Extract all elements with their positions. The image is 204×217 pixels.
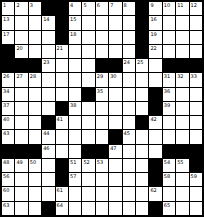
block-cell (109, 130, 121, 143)
block-cell (42, 116, 54, 129)
clue-number: 3 (30, 2, 33, 8)
grid-cell[interactable]: 63 (2, 202, 14, 215)
clue-number: 22 (150, 45, 156, 51)
block-cell (56, 173, 68, 186)
grid-cell[interactable]: 45 (123, 130, 135, 143)
grid-cell[interactable] (29, 45, 41, 58)
clue-number: 40 (3, 116, 9, 122)
grid-cell[interactable] (109, 173, 121, 186)
grid-cell[interactable] (15, 202, 27, 215)
grid-cell[interactable] (82, 59, 94, 72)
grid-cell[interactable] (42, 73, 54, 86)
grid-cell[interactable]: 27 (15, 73, 27, 86)
grid-cell[interactable]: 64 (56, 202, 68, 215)
block-cell (2, 145, 14, 158)
block-cell (136, 16, 148, 29)
grid-cell[interactable] (163, 116, 175, 129)
grid-cell[interactable]: 8 (123, 2, 135, 15)
grid-cell[interactable]: 5 (82, 2, 94, 15)
block-cell (56, 31, 68, 44)
grid-cell[interactable] (190, 102, 202, 115)
clue-number: 62 (150, 187, 156, 193)
grid-cell[interactable] (176, 116, 188, 129)
grid-cell[interactable] (96, 116, 108, 129)
grid-cell[interactable] (69, 45, 81, 58)
grid-cell[interactable] (163, 187, 175, 200)
grid-cell[interactable] (136, 173, 148, 186)
grid-cell[interactable]: 40 (2, 116, 14, 129)
grid-cell[interactable] (123, 102, 135, 115)
clue-number: 52 (83, 159, 89, 165)
grid-cell[interactable]: 50 (29, 159, 41, 172)
clue-number: 8 (124, 2, 127, 8)
grid-cell[interactable] (123, 159, 135, 172)
clue-number: 12 (191, 2, 197, 8)
grid-cell[interactable]: 6 (96, 2, 108, 15)
grid-cell[interactable] (69, 145, 81, 158)
grid-cell[interactable] (149, 130, 161, 143)
clue-number: 2 (16, 2, 19, 8)
grid-cell[interactable]: 60 (2, 187, 14, 200)
grid-cell[interactable]: 61 (56, 187, 68, 200)
grid-cell[interactable]: 44 (42, 130, 54, 143)
grid-cell[interactable] (29, 116, 41, 129)
grid-cell[interactable] (82, 187, 94, 200)
clue-number: 53 (97, 159, 103, 165)
grid-cell[interactable]: 52 (82, 159, 94, 172)
block-cell (136, 31, 148, 44)
clue-number: 15 (70, 16, 76, 22)
block-cell (163, 145, 175, 158)
clue-number: 50 (30, 159, 36, 165)
grid-cell[interactable] (29, 130, 41, 143)
clue-number: 13 (3, 16, 9, 22)
grid-cell[interactable] (42, 187, 54, 200)
block-cell (149, 102, 161, 115)
clue-number: 56 (3, 173, 9, 179)
grid-cell[interactable] (176, 45, 188, 58)
grid-cell[interactable] (136, 73, 148, 86)
clue-number: 19 (150, 31, 156, 37)
block-cell (190, 145, 202, 158)
clue-number: 39 (164, 102, 170, 108)
grid-cell[interactable] (96, 31, 108, 44)
block-cell (15, 145, 27, 158)
clue-number: 27 (16, 73, 22, 79)
grid-cell[interactable]: 19 (149, 31, 161, 44)
clue-number: 35 (97, 88, 103, 94)
grid-cell[interactable] (96, 102, 108, 115)
grid-cell[interactable] (29, 187, 41, 200)
grid-cell[interactable] (136, 202, 148, 215)
clue-number: 64 (57, 202, 63, 208)
grid-cell[interactable] (29, 173, 41, 186)
block-cell (42, 2, 54, 15)
grid-cell[interactable] (69, 130, 81, 143)
block-cell (42, 202, 54, 215)
grid-cell[interactable] (123, 173, 135, 186)
grid-cell[interactable] (56, 73, 68, 86)
clue-number: 9 (150, 2, 153, 8)
clue-number: 32 (177, 73, 183, 79)
block-cell (56, 159, 68, 172)
grid-cell[interactable] (136, 102, 148, 115)
grid-cell[interactable]: 13 (2, 16, 14, 29)
clue-number: 33 (191, 73, 197, 79)
grid-cell[interactable] (109, 102, 121, 115)
grid-cell[interactable] (123, 73, 135, 86)
grid-cell[interactable] (15, 88, 27, 101)
clue-number: 26 (3, 73, 9, 79)
grid-cell[interactable] (190, 88, 202, 101)
clue-number: 23 (43, 59, 49, 65)
clue-number: 42 (150, 116, 156, 122)
grid-cell[interactable]: 34 (2, 88, 14, 101)
grid-cell[interactable] (42, 173, 54, 186)
block-cell (29, 145, 41, 158)
clue-number: 46 (43, 145, 49, 151)
grid-cell[interactable]: 42 (149, 116, 161, 129)
grid-cell[interactable] (163, 130, 175, 143)
grid-cell[interactable]: 28 (29, 73, 41, 86)
grid-cell[interactable]: 22 (149, 45, 161, 58)
grid-cell[interactable] (96, 202, 108, 215)
clue-number: 43 (3, 130, 9, 136)
clue-number: 37 (3, 102, 9, 108)
block-cell (56, 2, 68, 15)
grid-cell[interactable] (15, 31, 27, 44)
clue-number: 51 (70, 159, 76, 165)
grid-cell[interactable] (42, 159, 54, 172)
block-cell (2, 45, 14, 58)
grid-cell[interactable]: 17 (2, 31, 14, 44)
block-cell (82, 88, 94, 101)
grid-cell[interactable] (109, 187, 121, 200)
block-cell (149, 202, 161, 215)
clue-number: 11 (177, 2, 183, 8)
grid-cell[interactable] (136, 145, 148, 158)
grid-cell[interactable] (69, 187, 81, 200)
grid-cell[interactable] (82, 116, 94, 129)
grid-cell[interactable] (96, 45, 108, 58)
clue-number: 18 (70, 31, 76, 37)
clue-number: 54 (164, 159, 170, 165)
clue-number: 47 (110, 145, 116, 151)
clue-number: 65 (164, 202, 170, 208)
grid-cell[interactable]: 4 (69, 2, 81, 15)
clue-number: 49 (16, 159, 22, 165)
clue-number: 1 (3, 2, 6, 8)
grid-cell[interactable] (190, 45, 202, 58)
grid-cell[interactable] (136, 159, 148, 172)
clue-number: 59 (191, 173, 197, 179)
grid-cell[interactable]: 14 (42, 16, 54, 29)
clue-number: 20 (16, 45, 22, 51)
grid-cell[interactable] (29, 31, 41, 44)
clue-number: 7 (110, 2, 113, 8)
grid-cell[interactable] (190, 116, 202, 129)
grid-cell[interactable] (136, 187, 148, 200)
clue-number: 21 (57, 45, 63, 51)
grid-cell[interactable] (123, 187, 135, 200)
grid-cell[interactable] (29, 102, 41, 115)
grid-cell[interactable]: 49 (15, 159, 27, 172)
grid-cell[interactable]: 35 (96, 88, 108, 101)
clue-number: 16 (150, 16, 156, 22)
grid-cell[interactable] (82, 16, 94, 29)
grid-cell[interactable]: 11 (176, 2, 188, 15)
grid-cell[interactable]: 3 (29, 2, 41, 15)
grid-cell[interactable]: 58 (163, 173, 175, 186)
block-cell (96, 59, 108, 72)
grid-cell[interactable] (69, 88, 81, 101)
grid-cell[interactable]: 55 (176, 159, 188, 172)
grid-cell[interactable] (149, 73, 161, 86)
grid-cell[interactable]: 9 (149, 2, 161, 15)
block-cell (149, 88, 161, 101)
grid-cell[interactable] (96, 16, 108, 29)
grid-cell[interactable]: 62 (149, 187, 161, 200)
grid-cell[interactable]: 29 (96, 73, 108, 86)
grid-cell[interactable] (109, 16, 121, 29)
grid-cell[interactable] (15, 187, 27, 200)
clue-number: 55 (177, 159, 183, 165)
grid-cell[interactable]: 7 (109, 2, 121, 15)
grid-cell[interactable] (109, 88, 121, 101)
grid-cell[interactable] (69, 202, 81, 215)
block-cell (29, 59, 41, 72)
grid-cell[interactable]: 37 (2, 102, 14, 115)
grid-cell[interactable] (15, 130, 27, 143)
clue-number: 10 (164, 2, 170, 8)
block-cell (136, 116, 148, 129)
grid-cell[interactable] (42, 45, 54, 58)
grid-cell[interactable] (190, 202, 202, 215)
block-cell (176, 145, 188, 158)
block-cell (2, 59, 14, 72)
grid-cell[interactable] (123, 31, 135, 44)
clue-number: 14 (43, 16, 49, 22)
grid-cell[interactable]: 20 (15, 45, 27, 58)
grid-cell[interactable] (136, 88, 148, 101)
grid-cell[interactable]: 18 (69, 31, 81, 44)
grid-cell[interactable]: 23 (42, 59, 54, 72)
grid-cell[interactable]: 48 (2, 159, 14, 172)
grid-cell[interactable]: 43 (2, 130, 14, 143)
grid-cell[interactable] (96, 187, 108, 200)
grid-cell[interactable] (136, 130, 148, 143)
clue-number: 38 (70, 102, 76, 108)
clue-number: 61 (57, 187, 63, 193)
grid-cell[interactable] (123, 202, 135, 215)
grid-cell[interactable] (123, 145, 135, 158)
grid-cell[interactable] (15, 102, 27, 115)
block-cell (96, 145, 108, 158)
grid-cell[interactable] (123, 88, 135, 101)
grid-cell[interactable]: 2 (15, 2, 27, 15)
grid-cell[interactable]: 47 (109, 145, 121, 158)
grid-cell[interactable]: 65 (163, 202, 175, 215)
block-cell (190, 59, 202, 72)
grid-cell[interactable] (15, 116, 27, 129)
clue-number: 17 (3, 31, 9, 37)
grid-cell[interactable] (123, 45, 135, 58)
grid-cell[interactable]: 32 (176, 73, 188, 86)
grid-cell[interactable]: 21 (56, 45, 68, 58)
grid-cell[interactable]: 30 (109, 73, 121, 86)
grid-cell[interactable] (163, 45, 175, 58)
grid-cell[interactable] (149, 145, 161, 158)
grid-cell[interactable] (56, 130, 68, 143)
grid-cell[interactable] (190, 187, 202, 200)
grid-cell[interactable] (82, 31, 94, 44)
block-cell (56, 102, 68, 115)
grid-cell[interactable] (15, 16, 27, 29)
grid-cell[interactable]: 53 (96, 159, 108, 172)
grid-cell[interactable] (149, 59, 161, 72)
grid-cell[interactable] (109, 202, 121, 215)
grid-cell[interactable] (123, 116, 135, 129)
grid-cell[interactable] (176, 173, 188, 186)
grid-cell[interactable] (96, 173, 108, 186)
block-cell (163, 59, 175, 72)
clue-number: 63 (3, 202, 9, 208)
grid-cell[interactable] (29, 16, 41, 29)
clue-number: 41 (57, 116, 63, 122)
grid-cell[interactable]: 1 (2, 2, 14, 15)
grid-cell[interactable] (82, 102, 94, 115)
grid-cell[interactable]: 46 (42, 145, 54, 158)
grid-cell[interactable] (176, 130, 188, 143)
grid-cell[interactable] (176, 187, 188, 200)
grid-cell[interactable] (96, 130, 108, 143)
grid-cell[interactable] (69, 116, 81, 129)
clue-number: 48 (3, 159, 9, 165)
grid-cell[interactable] (176, 102, 188, 115)
grid-cell[interactable] (109, 159, 121, 172)
grid-cell[interactable] (15, 173, 27, 186)
clue-number: 28 (30, 73, 36, 79)
grid-cell[interactable] (163, 31, 175, 44)
grid-cell[interactable]: 31 (163, 73, 175, 86)
grid-cell[interactable] (82, 45, 94, 58)
grid-cell[interactable] (56, 88, 68, 101)
clue-number: 4 (70, 2, 73, 8)
crossword-grid: 1234567891011121314151617181920212223242… (0, 0, 204, 217)
block-cell (149, 173, 161, 186)
block-cell (190, 159, 202, 172)
clue-number: 34 (3, 88, 9, 94)
grid-cell[interactable]: 59 (190, 173, 202, 186)
block-cell (56, 16, 68, 29)
grid-cell[interactable] (190, 16, 202, 29)
clue-number: 5 (83, 2, 86, 8)
grid-cell[interactable]: 25 (136, 59, 148, 72)
grid-cell[interactable]: 24 (123, 59, 135, 72)
block-cell (82, 145, 94, 158)
grid-cell[interactable] (82, 73, 94, 86)
grid-cell[interactable] (82, 130, 94, 143)
grid-cell[interactable] (29, 202, 41, 215)
grid-cell[interactable]: 16 (149, 16, 161, 29)
grid-cell[interactable] (176, 16, 188, 29)
clue-number: 29 (97, 73, 103, 79)
block-cell (109, 59, 121, 72)
block-cell (149, 159, 161, 172)
clue-number: 24 (124, 59, 130, 65)
grid-cell[interactable]: 15 (69, 16, 81, 29)
grid-cell[interactable]: 10 (163, 2, 175, 15)
grid-cell[interactable]: 36 (163, 88, 175, 101)
clue-number: 60 (3, 187, 9, 193)
grid-cell[interactable] (163, 16, 175, 29)
grid-cell[interactable] (69, 73, 81, 86)
block-cell (136, 45, 148, 58)
clue-number: 30 (110, 73, 116, 79)
clue-number: 57 (70, 173, 76, 179)
clue-number: 31 (164, 73, 170, 79)
grid-cell[interactable]: 38 (69, 102, 81, 115)
grid-cell[interactable] (109, 45, 121, 58)
grid-cell[interactable]: 26 (2, 73, 14, 86)
grid-cell[interactable]: 12 (190, 2, 202, 15)
block-cell (136, 2, 148, 15)
grid-cell[interactable] (42, 88, 54, 101)
block-cell (176, 59, 188, 72)
grid-cell[interactable] (29, 88, 41, 101)
clue-number: 25 (137, 59, 143, 65)
clue-number: 45 (124, 130, 130, 136)
grid-cell[interactable] (69, 59, 81, 72)
grid-cell[interactable]: 51 (69, 159, 81, 172)
grid-cell[interactable] (56, 59, 68, 72)
grid-cell[interactable]: 41 (56, 116, 68, 129)
grid-cell[interactable] (109, 31, 121, 44)
grid-cell[interactable] (82, 173, 94, 186)
grid-cell[interactable] (190, 31, 202, 44)
grid-cell[interactable] (42, 102, 54, 115)
grid-cell[interactable]: 56 (2, 173, 14, 186)
grid-cell[interactable]: 54 (163, 159, 175, 172)
grid-cell[interactable] (190, 130, 202, 143)
clue-number: 58 (164, 173, 170, 179)
grid-cell[interactable] (42, 31, 54, 44)
grid-cell[interactable]: 33 (190, 73, 202, 86)
grid-cell[interactable] (176, 31, 188, 44)
grid-cell[interactable] (176, 202, 188, 215)
crossword-board: 1234567891011121314151617181920212223242… (0, 0, 204, 217)
block-cell (15, 59, 27, 72)
grid-cell[interactable] (109, 116, 121, 129)
grid-cell[interactable]: 57 (69, 173, 81, 186)
grid-cell[interactable] (176, 88, 188, 101)
clue-number: 36 (164, 88, 170, 94)
grid-cell[interactable] (56, 145, 68, 158)
clue-number: 6 (97, 2, 100, 8)
grid-cell[interactable]: 39 (163, 102, 175, 115)
grid-cell[interactable] (82, 202, 94, 215)
clue-number: 44 (43, 130, 49, 136)
grid-cell[interactable] (123, 16, 135, 29)
